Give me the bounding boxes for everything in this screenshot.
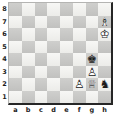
square-c7[interactable] (35, 16, 48, 29)
square-g1[interactable] (86, 91, 99, 104)
square-b4[interactable] (22, 53, 35, 66)
piece-body: ♚ (87, 53, 97, 66)
square-a5[interactable] (9, 41, 22, 54)
file-label-a: a (9, 105, 22, 116)
square-f2[interactable]: ♟♙ (73, 78, 86, 91)
square-h1[interactable] (98, 91, 111, 104)
square-f5[interactable] (73, 41, 86, 54)
file-label-c: c (35, 105, 48, 116)
square-b3[interactable] (22, 66, 35, 79)
square-g7[interactable] (86, 16, 99, 29)
square-c8[interactable] (35, 3, 48, 16)
square-g8[interactable] (86, 3, 99, 16)
square-c3[interactable] (35, 66, 48, 79)
square-b6[interactable] (22, 28, 35, 41)
piece-black-king[interactable]: ♚ (86, 53, 99, 66)
square-d5[interactable] (47, 41, 60, 54)
square-c1[interactable] (35, 91, 48, 104)
square-d3[interactable] (47, 66, 60, 79)
square-a2[interactable] (9, 78, 22, 91)
file-label-h: h (98, 105, 111, 116)
file-labels: abcdefgh (9, 105, 111, 116)
square-e3[interactable] (60, 66, 73, 79)
file-label-e: e (60, 105, 73, 116)
square-b5[interactable] (22, 41, 35, 54)
file-label-f: f (73, 105, 86, 116)
square-d1[interactable] (47, 91, 60, 104)
square-h4[interactable] (98, 53, 111, 66)
square-a4[interactable] (9, 53, 22, 66)
square-f1[interactable] (73, 91, 86, 104)
square-g6[interactable] (86, 28, 99, 41)
square-d8[interactable] (47, 3, 60, 16)
file-label-b: b (22, 105, 35, 116)
square-e2[interactable] (60, 78, 73, 91)
square-d2[interactable] (47, 78, 60, 91)
piece-white-queen[interactable]: ♛♕ (86, 78, 99, 91)
piece-white-pawn[interactable]: ♟♙ (73, 78, 86, 91)
square-f7[interactable] (73, 16, 86, 29)
piece-outline: ♕ (87, 78, 97, 91)
piece-white-king[interactable]: ♚♔ (98, 28, 111, 41)
chess-diagram: 87654321 ♝♗♚♔♚♟♙♟♙♛♕♞ abcdefgh (0, 0, 118, 118)
square-b2[interactable] (22, 78, 35, 91)
square-c2[interactable] (35, 78, 48, 91)
square-g2[interactable]: ♛♕ (86, 78, 99, 91)
square-e8[interactable] (60, 3, 73, 16)
square-e7[interactable] (60, 16, 73, 29)
piece-black-knight[interactable]: ♞ (98, 78, 111, 91)
square-a3[interactable] (9, 66, 22, 79)
square-g4[interactable]: ♚ (86, 53, 99, 66)
piece-outline: ♔ (99, 28, 109, 41)
square-e4[interactable] (60, 53, 73, 66)
square-e6[interactable] (60, 28, 73, 41)
square-c4[interactable] (35, 53, 48, 66)
square-b8[interactable] (22, 3, 35, 16)
square-b7[interactable] (22, 16, 35, 29)
square-h5[interactable] (98, 41, 111, 54)
square-a1[interactable] (9, 91, 22, 104)
square-h8[interactable] (98, 3, 111, 16)
square-a8[interactable] (9, 3, 22, 16)
square-e5[interactable] (60, 41, 73, 54)
square-f8[interactable] (73, 3, 86, 16)
piece-body: ♞ (99, 78, 109, 91)
chess-board[interactable]: ♝♗♚♔♚♟♙♟♙♛♕♞ (8, 2, 113, 105)
square-c6[interactable] (35, 28, 48, 41)
square-f6[interactable] (73, 28, 86, 41)
square-d4[interactable] (47, 53, 60, 66)
square-d7[interactable] (47, 16, 60, 29)
square-h2[interactable]: ♞ (98, 78, 111, 91)
file-label-d: d (47, 105, 60, 116)
square-e1[interactable] (60, 91, 73, 104)
square-h6[interactable]: ♚♔ (98, 28, 111, 41)
square-d6[interactable] (47, 28, 60, 41)
square-c5[interactable] (35, 41, 48, 54)
piece-outline: ♙ (74, 78, 84, 91)
file-label-g: g (86, 105, 99, 116)
square-b1[interactable] (22, 91, 35, 104)
square-f4[interactable] (73, 53, 86, 66)
square-a6[interactable] (9, 28, 22, 41)
square-a7[interactable] (9, 16, 22, 29)
